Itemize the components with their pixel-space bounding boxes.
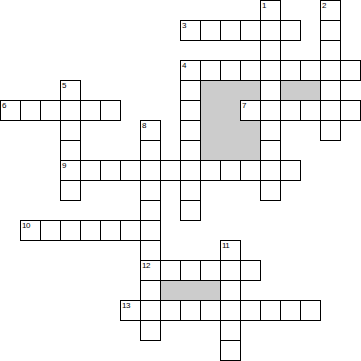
crossword-cell[interactable] [280, 300, 301, 321]
blocked-cell [300, 80, 321, 101]
crossword-cell[interactable] [240, 100, 261, 121]
crossword-cell[interactable] [60, 80, 81, 101]
crossword-cell[interactable] [260, 160, 281, 181]
crossword-cell[interactable] [280, 60, 301, 81]
crossword-cell[interactable] [60, 180, 81, 201]
crossword-cell[interactable] [220, 240, 241, 261]
crossword-cell[interactable] [260, 120, 281, 141]
crossword-cell[interactable] [60, 100, 81, 121]
crossword-cell[interactable] [180, 80, 201, 101]
crossword-cell[interactable] [0, 100, 21, 121]
crossword-cell[interactable] [120, 300, 141, 321]
crossword-cell[interactable] [320, 20, 341, 41]
crossword-cell[interactable] [180, 60, 201, 81]
crossword-cell[interactable] [260, 60, 281, 81]
crossword-cell[interactable] [140, 260, 161, 281]
crossword-cell[interactable] [40, 220, 61, 241]
crossword-cell[interactable] [320, 40, 341, 61]
crossword-cell[interactable] [80, 160, 101, 181]
blocked-cell [240, 140, 261, 161]
crossword-cell[interactable] [240, 160, 261, 181]
crossword-cell[interactable] [260, 20, 281, 41]
crossword-cell[interactable] [260, 300, 281, 321]
crossword-cell[interactable] [120, 220, 141, 241]
crossword-cell[interactable] [200, 260, 221, 281]
crossword-cell[interactable] [260, 140, 281, 161]
crossword-cell[interactable] [100, 220, 121, 241]
crossword-cell[interactable] [280, 100, 301, 121]
crossword-cell[interactable] [320, 60, 341, 81]
crossword-cell[interactable] [200, 300, 221, 321]
crossword-cell[interactable] [220, 340, 241, 361]
crossword-cell[interactable] [180, 120, 201, 141]
blocked-cell [200, 140, 221, 161]
crossword-cell[interactable] [20, 100, 41, 121]
crossword-cell[interactable] [200, 20, 221, 41]
crossword-cell[interactable] [220, 320, 241, 341]
crossword-cell[interactable] [260, 100, 281, 121]
crossword-cell[interactable] [180, 20, 201, 41]
crossword-cell[interactable] [180, 140, 201, 161]
crossword-cell[interactable] [240, 20, 261, 41]
crossword-cell[interactable] [300, 60, 321, 81]
crossword-cell[interactable] [180, 300, 201, 321]
crossword-cell[interactable] [340, 100, 361, 121]
blocked-cell [200, 280, 221, 301]
crossword-cell[interactable] [60, 120, 81, 141]
crossword-cell[interactable] [260, 0, 281, 21]
crossword-cell[interactable] [160, 260, 181, 281]
crossword-cell[interactable] [60, 140, 81, 161]
crossword-cell[interactable] [280, 20, 301, 41]
crossword-cell[interactable] [40, 100, 61, 121]
crossword-cell[interactable] [320, 80, 341, 101]
crossword-cell[interactable] [240, 60, 261, 81]
crossword-cell[interactable] [220, 60, 241, 81]
blocked-cell [220, 120, 241, 141]
crossword-cell[interactable] [300, 300, 321, 321]
crossword-cell[interactable] [140, 200, 161, 221]
crossword-cell[interactable] [140, 180, 161, 201]
crossword-cell[interactable] [260, 80, 281, 101]
crossword-cell[interactable] [140, 240, 161, 261]
crossword-cell[interactable] [240, 300, 261, 321]
blocked-cell [200, 120, 221, 141]
crossword-cell[interactable] [220, 160, 241, 181]
crossword-cell[interactable] [240, 260, 261, 281]
crossword-cell[interactable] [160, 300, 181, 321]
crossword-cell[interactable] [140, 280, 161, 301]
crossword-cell[interactable] [80, 100, 101, 121]
crossword-cell[interactable] [100, 160, 121, 181]
blocked-cell [220, 80, 241, 101]
crossword-cell[interactable] [140, 320, 161, 341]
crossword-cell[interactable] [320, 100, 341, 121]
blocked-cell [200, 100, 221, 121]
blocked-cell [220, 100, 241, 121]
blocked-cell [180, 280, 201, 301]
crossword-cell[interactable] [120, 160, 141, 181]
crossword-cell[interactable] [340, 60, 361, 81]
crossword-cell[interactable] [200, 60, 221, 81]
crossword-cell[interactable] [220, 20, 241, 41]
crossword-cell[interactable] [20, 220, 41, 241]
crossword-cell[interactable] [180, 180, 201, 201]
blocked-cell [200, 80, 221, 101]
crossword-cell[interactable] [200, 160, 221, 181]
crossword-cell[interactable] [140, 140, 161, 161]
blocked-cell [160, 280, 181, 301]
crossword-cell[interactable] [300, 100, 321, 121]
blocked-cell [240, 120, 261, 141]
crossword-cell[interactable] [320, 0, 341, 21]
crossword-cell[interactable] [100, 100, 121, 121]
crossword-cell[interactable] [140, 120, 161, 141]
crossword-cell[interactable] [140, 300, 161, 321]
crossword-cell[interactable] [180, 200, 201, 221]
crossword-cell[interactable] [60, 160, 81, 181]
crossword-cell[interactable] [220, 300, 241, 321]
crossword-cell[interactable] [180, 100, 201, 121]
blocked-cell [280, 80, 301, 101]
crossword-cell[interactable] [180, 160, 201, 181]
crossword-cell[interactable] [220, 280, 241, 301]
blocked-cell [240, 80, 261, 101]
blocked-cell [220, 140, 241, 161]
crossword-cell[interactable] [160, 160, 181, 181]
crossword-cell[interactable] [60, 220, 81, 241]
crossword-cell[interactable] [220, 260, 241, 281]
crossword-board: 12345678910111213 [0, 0, 361, 361]
crossword-cell[interactable] [320, 120, 341, 141]
crossword-cell[interactable] [140, 160, 161, 181]
crossword-cell[interactable] [280, 160, 301, 181]
crossword-cell[interactable] [260, 40, 281, 61]
crossword-cell[interactable] [260, 180, 281, 201]
crossword-cell[interactable] [140, 220, 161, 241]
crossword-cell[interactable] [80, 220, 101, 241]
crossword-cell[interactable] [180, 260, 201, 281]
